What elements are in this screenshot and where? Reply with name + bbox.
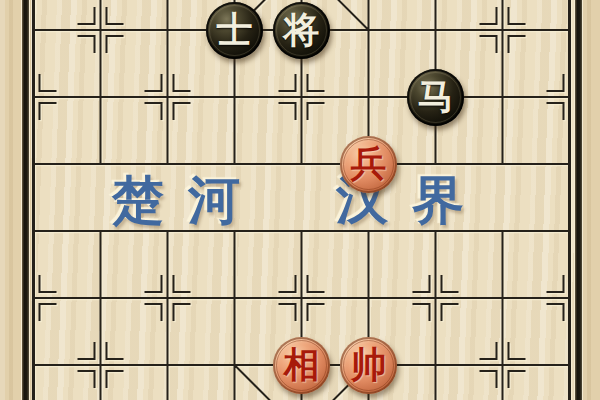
piece-red-soldier[interactable]: 兵 [340, 136, 397, 193]
piece-layer: 士将马兵相帅 [0, 0, 600, 400]
piece-black-advisor[interactable]: 士 [206, 2, 263, 59]
piece-black-horse[interactable]: 马 [407, 69, 464, 126]
xiangqi-app: 楚河 汉界 士将马兵相帅 [0, 0, 600, 400]
piece-red-elephant[interactable]: 相 [273, 337, 330, 394]
piece-black-general[interactable]: 将 [273, 2, 330, 59]
piece-red-general[interactable]: 帅 [340, 337, 397, 394]
